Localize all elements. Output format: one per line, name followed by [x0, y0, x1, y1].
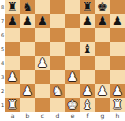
square-f4[interactable]: [80, 56, 95, 70]
square-d3[interactable]: [50, 70, 65, 84]
square-f5[interactable]: ♝: [80, 42, 95, 56]
square-b3[interactable]: [20, 70, 35, 84]
square-d6[interactable]: [50, 28, 65, 42]
square-g2[interactable]: ♟: [95, 84, 110, 98]
square-e6[interactable]: [65, 28, 80, 42]
black-rook[interactable]: ♜: [7, 0, 18, 14]
square-f3[interactable]: [80, 70, 95, 84]
square-e2[interactable]: [65, 84, 80, 98]
square-a2[interactable]: [5, 84, 20, 98]
square-e4[interactable]: [65, 56, 80, 70]
black-pawn[interactable]: ♟: [7, 14, 18, 28]
file-label-g: g: [95, 112, 110, 121]
file-label-b: b: [20, 112, 35, 121]
white-rook[interactable]: ♜: [7, 98, 18, 112]
black-pawn[interactable]: ♟: [22, 14, 33, 28]
square-e5[interactable]: [65, 42, 80, 56]
square-a4[interactable]: [5, 56, 20, 70]
white-rook[interactable]: ♜: [112, 98, 123, 112]
square-h3[interactable]: [110, 70, 125, 84]
square-g4[interactable]: [95, 56, 110, 70]
square-g1[interactable]: [95, 98, 110, 112]
square-d1[interactable]: [50, 98, 65, 112]
square-b2[interactable]: ♟: [20, 84, 35, 98]
black-rook[interactable]: ♜: [82, 0, 93, 14]
black-king[interactable]: ♚: [97, 0, 108, 14]
black-knight[interactable]: ♞: [22, 0, 33, 14]
white-pawn[interactable]: ♟: [37, 56, 48, 70]
white-pawn[interactable]: ♟: [82, 84, 93, 98]
square-f7[interactable]: ♟: [80, 14, 95, 28]
square-b8[interactable]: ♞: [20, 0, 35, 14]
square-c5[interactable]: [35, 42, 50, 56]
white-knight[interactable]: ♞: [52, 84, 63, 98]
square-e1[interactable]: ♚: [65, 98, 80, 112]
square-d8[interactable]: [50, 0, 65, 14]
file-label-a: a: [5, 112, 20, 121]
black-pawn[interactable]: ♟: [37, 14, 48, 28]
white-pawn[interactable]: ♟: [112, 84, 123, 98]
square-d7[interactable]: [50, 14, 65, 28]
square-b7[interactable]: ♟: [20, 14, 35, 28]
square-h1[interactable]: ♜: [110, 98, 125, 112]
square-f8[interactable]: ♜: [80, 0, 95, 14]
square-g6[interactable]: [95, 28, 110, 42]
square-e3[interactable]: ♟: [65, 70, 80, 84]
square-g3[interactable]: [95, 70, 110, 84]
chess-board: 8♜♞♜♚7♟♟♟♟♟♟65♝4♟3♟♟2♟♞♟♟♟1♜♚♝♜abcdefgh: [0, 0, 125, 121]
square-d2[interactable]: ♞: [50, 84, 65, 98]
square-g8[interactable]: ♚: [95, 0, 110, 14]
square-h4[interactable]: [110, 56, 125, 70]
square-d4[interactable]: [50, 56, 65, 70]
square-c4[interactable]: ♟: [35, 56, 50, 70]
square-c8[interactable]: [35, 0, 50, 14]
square-c2[interactable]: [35, 84, 50, 98]
file-label-c: c: [35, 112, 50, 121]
white-pawn[interactable]: ♟: [22, 84, 33, 98]
file-label-d: d: [50, 112, 65, 121]
square-h6[interactable]: [110, 28, 125, 42]
square-b1[interactable]: [20, 98, 35, 112]
square-a1[interactable]: ♜: [5, 98, 20, 112]
square-e8[interactable]: [65, 0, 80, 14]
black-pawn[interactable]: ♟: [82, 14, 93, 28]
white-pawn[interactable]: ♟: [7, 70, 18, 84]
square-a6[interactable]: [5, 28, 20, 42]
square-b5[interactable]: [20, 42, 35, 56]
square-f2[interactable]: ♟: [80, 84, 95, 98]
square-e7[interactable]: [65, 14, 80, 28]
square-a5[interactable]: [5, 42, 20, 56]
square-c7[interactable]: ♟: [35, 14, 50, 28]
square-h5[interactable]: [110, 42, 125, 56]
file-label-f: f: [80, 112, 95, 121]
square-c3[interactable]: [35, 70, 50, 84]
square-c1[interactable]: [35, 98, 50, 112]
square-f6[interactable]: [80, 28, 95, 42]
square-f1[interactable]: ♝: [80, 98, 95, 112]
square-h7[interactable]: ♟: [110, 14, 125, 28]
black-bishop[interactable]: ♝: [82, 42, 93, 56]
square-g5[interactable]: [95, 42, 110, 56]
square-h2[interactable]: ♟: [110, 84, 125, 98]
white-pawn[interactable]: ♟: [67, 70, 78, 84]
black-pawn[interactable]: ♟: [97, 14, 108, 28]
square-h8[interactable]: [110, 0, 125, 14]
square-b4[interactable]: [20, 56, 35, 70]
square-d5[interactable]: [50, 42, 65, 56]
square-g7[interactable]: ♟: [95, 14, 110, 28]
square-b6[interactable]: [20, 28, 35, 42]
file-label-e: e: [65, 112, 80, 121]
file-label-h: h: [110, 112, 125, 121]
square-c6[interactable]: [35, 28, 50, 42]
square-a8[interactable]: ♜: [5, 0, 20, 14]
square-a7[interactable]: ♟: [5, 14, 20, 28]
black-pawn[interactable]: ♟: [112, 14, 123, 28]
white-pawn[interactable]: ♟: [97, 84, 108, 98]
white-bishop[interactable]: ♝: [82, 98, 93, 112]
square-a3[interactable]: ♟: [5, 70, 20, 84]
white-king[interactable]: ♚: [67, 98, 78, 112]
